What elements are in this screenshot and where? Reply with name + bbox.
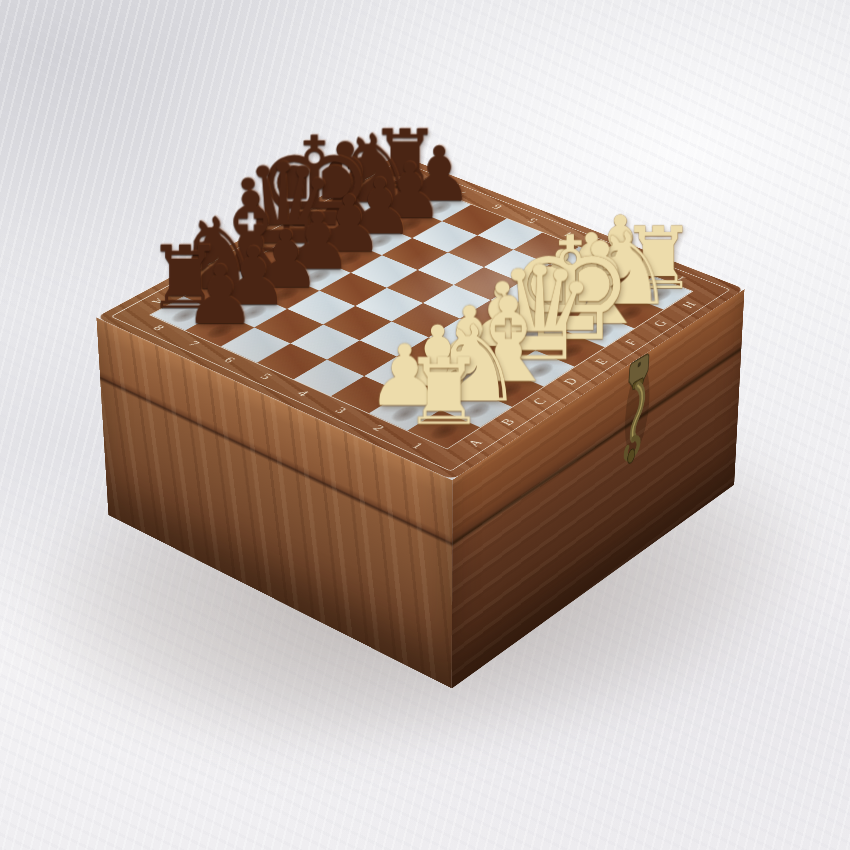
piece-shadow	[385, 212, 434, 236]
square-f7: ♟	[347, 224, 412, 255]
piece-shadow	[355, 229, 405, 254]
square-f6	[382, 238, 448, 270]
piece-black-pawn-a7: ♟	[184, 255, 257, 336]
piece-white-rook-a1: ♜	[403, 345, 485, 437]
wooden-chess-box: ♜♞♝♛♚♝♞♜♟♟♟♟♟♟♟♟♟♟♟♟♟♟♟♟♜♞♝♛♚♝♞♜ AABBCCD…	[96, 155, 744, 480]
square-e7: ♟	[316, 241, 382, 273]
piece-black-pawn-g7: ♟	[375, 153, 444, 229]
square-d6	[319, 273, 386, 306]
piece-shadow	[292, 263, 343, 289]
piece-shadow	[351, 199, 400, 223]
piece-shadow	[289, 232, 339, 257]
piece-black-pawn-h7: ♟	[405, 137, 473, 213]
piece-shadow	[320, 215, 369, 239]
piece-shadow	[415, 196, 463, 220]
square-g6	[412, 221, 477, 252]
square-e6	[351, 255, 418, 288]
photo-scene: ♜♞♝♛♚♝♞♜♟♟♟♟♟♟♟♟♟♟♟♟♟♟♟♟♜♞♝♛♚♝♞♜ AABBCCD…	[0, 0, 850, 850]
rank-label-right-6: 6	[489, 203, 505, 211]
square-d7: ♟	[284, 258, 351, 291]
rank-label-right-7: 7	[454, 189, 470, 197]
file-label-back-h: H	[368, 177, 387, 185]
rank-label-right-8: 8	[420, 176, 436, 184]
file-label-back-g: G	[339, 194, 358, 203]
rank-label-right-1: 1	[673, 274, 689, 283]
piece-black-knight-g8: ♞	[333, 122, 418, 217]
stage: ♜♞♝♛♚♝♞♜♟♟♟♟♟♟♟♟♟♟♟♟♟♟♟♟♜♞♝♛♚♝♞♜ AABBCCD…	[0, 0, 850, 850]
piece-black-rook-h8: ♜	[368, 119, 440, 200]
piece-shadow	[324, 246, 374, 271]
square-g7: ♟	[377, 207, 442, 238]
file-label-back-f: F	[309, 210, 326, 218]
piece-shadow	[381, 182, 429, 205]
